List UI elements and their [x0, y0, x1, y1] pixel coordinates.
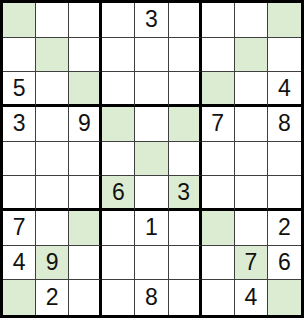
cell-r9c4[interactable] — [102, 280, 135, 315]
cell-r1c1[interactable] — [3, 3, 36, 38]
cell-r6c8[interactable] — [235, 176, 268, 211]
given-digit: 6 — [112, 181, 125, 204]
given-digit: 2 — [46, 286, 59, 309]
cell-r3c3[interactable] — [69, 72, 102, 107]
given-digit: 2 — [278, 216, 291, 239]
cell-r7c9[interactable]: 2 — [268, 211, 301, 246]
cell-r3c1[interactable]: 5 — [3, 72, 36, 107]
cell-r7c3[interactable] — [69, 211, 102, 246]
cell-r8c2[interactable]: 9 — [36, 246, 69, 281]
cell-r8c1[interactable]: 4 — [3, 246, 36, 281]
cell-r7c5[interactable]: 1 — [135, 211, 168, 246]
cell-r1c4[interactable] — [102, 3, 135, 38]
given-digit: 4 — [244, 286, 257, 309]
given-digit: 8 — [278, 112, 291, 135]
cell-r4c7[interactable]: 7 — [202, 107, 235, 142]
cell-r2c7[interactable] — [202, 38, 235, 73]
given-digit: 8 — [145, 286, 158, 309]
cell-r2c3[interactable] — [69, 38, 102, 73]
cell-r6c7[interactable] — [202, 176, 235, 211]
cell-r9c3[interactable] — [69, 280, 102, 315]
cell-r2c2[interactable] — [36, 38, 69, 73]
cell-r8c6[interactable] — [169, 246, 202, 281]
cell-r7c4[interactable] — [102, 211, 135, 246]
given-digit: 7 — [244, 251, 257, 274]
cell-r7c2[interactable] — [36, 211, 69, 246]
cell-r2c6[interactable] — [169, 38, 202, 73]
cell-r2c4[interactable] — [102, 38, 135, 73]
cell-r5c6[interactable] — [169, 142, 202, 177]
cell-r4c5[interactable] — [135, 107, 168, 142]
cell-r2c5[interactable] — [135, 38, 168, 73]
cell-r5c7[interactable] — [202, 142, 235, 177]
cell-r8c8[interactable]: 7 — [235, 246, 268, 281]
cell-r8c7[interactable] — [202, 246, 235, 281]
cell-r9c1[interactable] — [3, 280, 36, 315]
cell-r8c3[interactable] — [69, 246, 102, 281]
cell-r4c3[interactable]: 9 — [69, 107, 102, 142]
cell-r3c7[interactable] — [202, 72, 235, 107]
cell-r4c2[interactable] — [36, 107, 69, 142]
cell-r9c9[interactable] — [268, 280, 301, 315]
cell-r3c9[interactable]: 4 — [268, 72, 301, 107]
cell-r9c8[interactable]: 4 — [235, 280, 268, 315]
cell-r2c1[interactable] — [3, 38, 36, 73]
cell-r3c4[interactable] — [102, 72, 135, 107]
given-digit: 7 — [211, 112, 224, 135]
cell-r5c4[interactable] — [102, 142, 135, 177]
cell-r5c1[interactable] — [3, 142, 36, 177]
cell-r1c2[interactable] — [36, 3, 69, 38]
cell-r9c6[interactable] — [169, 280, 202, 315]
cell-r5c5[interactable] — [135, 142, 168, 177]
given-digit: 4 — [13, 251, 26, 274]
cell-r7c6[interactable] — [169, 211, 202, 246]
given-digit: 3 — [145, 8, 158, 31]
given-digit: 9 — [78, 112, 91, 135]
cell-r4c8[interactable] — [235, 107, 268, 142]
sudoku-board: 3543978637124976284 — [0, 0, 304, 318]
cell-r8c5[interactable] — [135, 246, 168, 281]
cell-r4c4[interactable] — [102, 107, 135, 142]
cell-r6c1[interactable] — [3, 176, 36, 211]
given-digit: 3 — [177, 181, 190, 204]
cell-r7c7[interactable] — [202, 211, 235, 246]
cell-r3c6[interactable] — [169, 72, 202, 107]
cell-r5c9[interactable] — [268, 142, 301, 177]
cell-r1c3[interactable] — [69, 3, 102, 38]
cell-r8c4[interactable] — [102, 246, 135, 281]
given-digit: 6 — [278, 251, 291, 274]
cell-r1c6[interactable] — [169, 3, 202, 38]
cell-r5c8[interactable] — [235, 142, 268, 177]
cell-r5c3[interactable] — [69, 142, 102, 177]
given-digit: 1 — [145, 216, 158, 239]
given-digit: 9 — [46, 251, 59, 274]
cell-r5c2[interactable] — [36, 142, 69, 177]
cell-r1c9[interactable] — [268, 3, 301, 38]
cell-r6c2[interactable] — [36, 176, 69, 211]
cell-r1c8[interactable] — [235, 3, 268, 38]
cell-r2c9[interactable] — [268, 38, 301, 73]
cell-r4c9[interactable]: 8 — [268, 107, 301, 142]
cell-r1c5[interactable]: 3 — [135, 3, 168, 38]
cell-r7c8[interactable] — [235, 211, 268, 246]
cell-r4c1[interactable]: 3 — [3, 107, 36, 142]
cell-r3c8[interactable] — [235, 72, 268, 107]
cell-r9c7[interactable] — [202, 280, 235, 315]
cell-r7c1[interactable]: 7 — [3, 211, 36, 246]
given-digit: 4 — [278, 77, 291, 100]
cell-r6c4[interactable]: 6 — [102, 176, 135, 211]
given-digit: 7 — [13, 216, 26, 239]
cell-r2c8[interactable] — [235, 38, 268, 73]
cell-r8c9[interactable]: 6 — [268, 246, 301, 281]
cell-r4c6[interactable] — [169, 107, 202, 142]
cell-r6c6[interactable]: 3 — [169, 176, 202, 211]
cell-r9c2[interactable]: 2 — [36, 280, 69, 315]
given-digit: 3 — [13, 112, 26, 135]
cell-r1c7[interactable] — [202, 3, 235, 38]
given-digit: 5 — [13, 77, 26, 100]
cell-r6c3[interactable] — [69, 176, 102, 211]
cell-r6c5[interactable] — [135, 176, 168, 211]
cell-r3c2[interactable] — [36, 72, 69, 107]
cell-r9c5[interactable]: 8 — [135, 280, 168, 315]
cell-r6c9[interactable] — [268, 176, 301, 211]
cell-r3c5[interactable] — [135, 72, 168, 107]
